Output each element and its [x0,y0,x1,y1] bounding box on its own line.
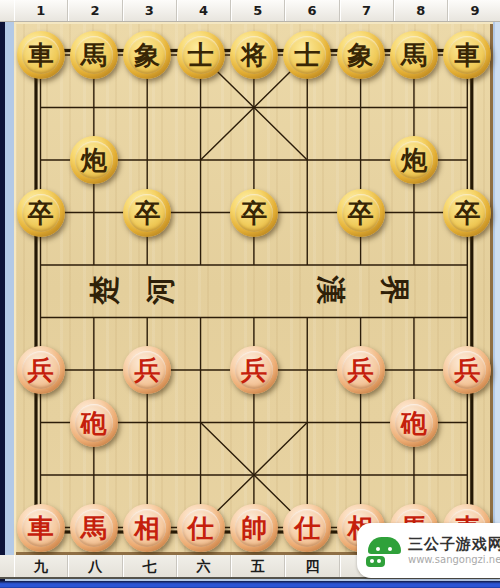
file-label-bottom: 五 [231,555,285,577]
file-label-top: 2 [68,0,122,21]
piece-glyph: 士 [188,42,214,68]
file-label-top: 1 [14,0,68,21]
river-character: 漢 [312,272,348,308]
river-character: 河 [143,272,179,308]
piece-glyph: 象 [134,42,160,68]
river-text-han-jie: 漢界 [312,272,412,308]
piece-glyph: 卒 [134,200,160,226]
file-label-bottom: 四 [285,555,339,577]
piece-glyph: 卒 [348,200,374,226]
piece-red-general[interactable]: 帥 [230,504,278,552]
piece-black-cannon[interactable]: 炮 [390,136,438,184]
piece-red-advisor[interactable]: 仕 [283,504,331,552]
file-label-top: 3 [123,0,177,21]
file-label-top: 5 [231,0,285,21]
file-label-bottom: 八 [68,555,122,577]
piece-black-soldier[interactable]: 卒 [443,189,491,237]
xiangqi-app-window: 123456789 楚河 漢界 車馬象士将士象馬車炮炮卒卒卒卒卒兵兵兵兵兵砲砲車… [0,0,500,588]
piece-glyph: 卒 [241,200,267,226]
piece-red-cannon[interactable]: 砲 [70,399,118,447]
sangongzi-watermark: 三公子游戏网 www.sangongzi.net [357,523,500,578]
piece-glyph: 兵 [454,357,480,383]
piece-black-chariot[interactable]: 車 [443,31,491,79]
piece-glyph: 士 [294,42,320,68]
piece-glyph: 砲 [81,410,107,436]
file-label-top: 7 [340,0,394,21]
piece-black-horse[interactable]: 馬 [70,31,118,79]
piece-glyph: 帥 [241,515,267,541]
piece-black-soldier[interactable]: 卒 [17,189,65,237]
piece-red-cannon[interactable]: 砲 [390,399,438,447]
piece-red-horse[interactable]: 馬 [70,504,118,552]
right-margin-strip [495,22,500,555]
piece-glyph: 兵 [348,357,374,383]
piece-glyph: 象 [348,42,374,68]
piece-red-advisor[interactable]: 仕 [177,504,225,552]
piece-black-cannon[interactable]: 炮 [70,136,118,184]
piece-black-general[interactable]: 将 [230,31,278,79]
piece-glyph: 馬 [81,515,107,541]
piece-black-elephant[interactable]: 象 [337,31,385,79]
river-character: 界 [376,272,412,308]
piece-black-elephant[interactable]: 象 [123,31,171,79]
bottom-frame-strip [0,581,500,588]
file-label-top: 6 [285,0,339,21]
piece-black-advisor[interactable]: 士 [177,31,225,79]
piece-glyph: 卒 [454,200,480,226]
piece-glyph: 卒 [28,200,54,226]
watermark-site-url: www.sangongzi.net [408,554,500,566]
piece-red-chariot[interactable]: 車 [17,504,65,552]
piece-glyph: 馬 [401,42,427,68]
piece-red-soldier[interactable]: 兵 [123,346,171,394]
piece-black-soldier[interactable]: 卒 [337,189,385,237]
piece-glyph: 兵 [28,357,54,383]
river-text-chu-he: 楚河 [87,272,179,308]
file-label-top: 4 [177,0,231,21]
piece-glyph: 砲 [401,410,427,436]
left-margin-strip [5,22,14,555]
sangongzi-logo-icon [365,532,403,570]
piece-red-soldier[interactable]: 兵 [17,346,65,394]
piece-glyph: 兵 [134,357,160,383]
piece-black-chariot[interactable]: 車 [17,31,65,79]
piece-black-soldier[interactable]: 卒 [123,189,171,237]
piece-glyph: 将 [241,42,267,68]
piece-glyph: 車 [28,515,54,541]
piece-glyph: 炮 [81,147,107,173]
watermark-site-name: 三公子游戏网 [408,535,500,554]
piece-glyph: 炮 [401,147,427,173]
piece-black-advisor[interactable]: 士 [283,31,331,79]
xiangqi-board: 楚河 漢界 車馬象士将士象馬車炮炮卒卒卒卒卒兵兵兵兵兵砲砲車馬相仕帥仕相馬車 [14,22,493,555]
file-label-top: 8 [394,0,448,21]
piece-red-soldier[interactable]: 兵 [443,346,491,394]
piece-red-soldier[interactable]: 兵 [230,346,278,394]
file-label-bottom: 七 [123,555,177,577]
piece-glyph: 相 [134,515,160,541]
file-label-top: 9 [448,0,500,21]
piece-red-soldier[interactable]: 兵 [337,346,385,394]
piece-black-soldier[interactable]: 卒 [230,189,278,237]
piece-red-elephant[interactable]: 相 [123,504,171,552]
piece-glyph: 仕 [294,515,320,541]
file-label-bottom: 九 [14,555,68,577]
piece-glyph: 馬 [81,42,107,68]
top-coordinate-bar: 123456789 [0,0,500,22]
piece-glyph: 仕 [188,515,214,541]
piece-glyph: 車 [454,42,480,68]
file-label-bottom: 六 [177,555,231,577]
piece-glyph: 車 [28,42,54,68]
piece-black-horse[interactable]: 馬 [390,31,438,79]
piece-glyph: 兵 [241,357,267,383]
river-character: 楚 [87,272,123,308]
